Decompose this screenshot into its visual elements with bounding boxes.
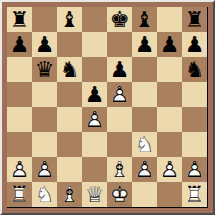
- black-pawn-piece[interactable]: ♟: [107, 57, 132, 82]
- black-piece-fill-glyph: ♟: [132, 32, 157, 57]
- square-h7[interactable]: ♟: [182, 32, 207, 57]
- square-a1[interactable]: ♜♖: [7, 182, 32, 207]
- square-b2[interactable]: ♟♙: [32, 157, 57, 182]
- square-h5[interactable]: [182, 82, 207, 107]
- white-rook-piece[interactable]: ♜♖: [182, 182, 207, 207]
- square-b4[interactable]: [32, 107, 57, 132]
- white-knight-piece[interactable]: ♞♘: [132, 132, 157, 157]
- square-c7[interactable]: [57, 32, 82, 57]
- black-pawn-piece[interactable]: ♟: [182, 32, 207, 57]
- square-f4[interactable]: [132, 107, 157, 132]
- black-piece-fill-glyph: ♟: [82, 82, 107, 107]
- white-rook-piece[interactable]: ♜♖: [7, 182, 32, 207]
- square-h2[interactable]: ♟♙: [182, 157, 207, 182]
- white-piece-outline-glyph: ♖: [182, 182, 207, 207]
- square-h1[interactable]: ♜♖: [182, 182, 207, 207]
- square-g4[interactable]: [157, 107, 182, 132]
- white-piece-outline-glyph: ♙: [7, 157, 32, 182]
- black-piece-fill-glyph: ♜: [182, 7, 207, 32]
- square-b5[interactable]: [32, 82, 57, 107]
- black-piece-fill-glyph: ♛: [32, 57, 57, 82]
- white-bishop-piece[interactable]: ♝♗: [57, 182, 82, 207]
- square-b8[interactable]: [32, 7, 57, 32]
- square-d4[interactable]: ♟♙: [82, 107, 107, 132]
- black-rook-piece[interactable]: ♜: [7, 7, 32, 32]
- white-piece-outline-glyph: ♕: [82, 182, 107, 207]
- square-g5[interactable]: [157, 82, 182, 107]
- square-c5[interactable]: [57, 82, 82, 107]
- white-piece-outline-glyph: ♙: [132, 157, 157, 182]
- square-b7[interactable]: ♟: [32, 32, 57, 57]
- black-piece-fill-glyph: ♟: [7, 32, 32, 57]
- black-piece-fill-glyph: ♞: [57, 57, 82, 82]
- white-piece-outline-glyph: ♙: [32, 157, 57, 182]
- square-f3[interactable]: ♞♘: [132, 132, 157, 157]
- black-king-piece[interactable]: ♚: [107, 7, 132, 32]
- board-frame: ♜♝♚♝♜♟♟♟♟♟♛♞♟♞♟♟♙♟♙♞♘♟♙♟♙♝♗♟♙♟♙♟♙♜♖♞♘♝♗♛…: [0, 0, 215, 215]
- square-e8[interactable]: ♚: [107, 7, 132, 32]
- square-e1[interactable]: ♚♔: [107, 182, 132, 207]
- black-pawn-piece[interactable]: ♟: [157, 32, 182, 57]
- white-piece-outline-glyph: ♙: [82, 107, 107, 132]
- square-h4[interactable]: [182, 107, 207, 132]
- white-piece-outline-glyph: ♙: [182, 157, 207, 182]
- square-g6[interactable]: [157, 57, 182, 82]
- black-piece-fill-glyph: ♞: [182, 57, 207, 82]
- square-a7[interactable]: ♟: [7, 32, 32, 57]
- black-pawn-piece[interactable]: ♟: [32, 32, 57, 57]
- square-c2[interactable]: [57, 157, 82, 182]
- square-d3[interactable]: [82, 132, 107, 157]
- white-piece-outline-glyph: ♔: [107, 182, 132, 207]
- square-f5[interactable]: [132, 82, 157, 107]
- white-pawn-piece[interactable]: ♟♙: [32, 157, 57, 182]
- square-e6[interactable]: ♟: [107, 57, 132, 82]
- square-c1[interactable]: ♝♗: [57, 182, 82, 207]
- black-piece-fill-glyph: ♟: [107, 57, 132, 82]
- square-e3[interactable]: [107, 132, 132, 157]
- black-pawn-piece[interactable]: ♟: [132, 32, 157, 57]
- square-h8[interactable]: ♜: [182, 7, 207, 32]
- white-piece-outline-glyph: ♗: [107, 157, 132, 182]
- square-f2[interactable]: ♟♙: [132, 157, 157, 182]
- black-piece-fill-glyph: ♚: [107, 7, 132, 32]
- square-d6[interactable]: [82, 57, 107, 82]
- black-piece-fill-glyph: ♝: [57, 7, 82, 32]
- square-c8[interactable]: ♝: [57, 7, 82, 32]
- square-b6[interactable]: ♛: [32, 57, 57, 82]
- square-a2[interactable]: ♟♙: [7, 157, 32, 182]
- square-g2[interactable]: ♟♙: [157, 157, 182, 182]
- square-a3[interactable]: [7, 132, 32, 157]
- chess-board: ♜♝♚♝♜♟♟♟♟♟♛♞♟♞♟♟♙♟♙♞♘♟♙♟♙♝♗♟♙♟♙♟♙♜♖♞♘♝♗♛…: [7, 7, 208, 208]
- white-bishop-piece[interactable]: ♝♗: [107, 157, 132, 182]
- square-g1[interactable]: [157, 182, 182, 207]
- square-d1[interactable]: ♛♕: [82, 182, 107, 207]
- black-bishop-piece[interactable]: ♝: [57, 7, 82, 32]
- black-piece-fill-glyph: ♟: [182, 32, 207, 57]
- black-knight-piece[interactable]: ♞: [57, 57, 82, 82]
- white-pawn-piece[interactable]: ♟♙: [107, 82, 132, 107]
- white-piece-outline-glyph: ♘: [132, 132, 157, 157]
- square-a5[interactable]: [7, 82, 32, 107]
- white-piece-outline-glyph: ♘: [32, 182, 57, 207]
- black-piece-fill-glyph: ♟: [32, 32, 57, 57]
- black-piece-fill-glyph: ♟: [157, 32, 182, 57]
- white-piece-outline-glyph: ♖: [7, 182, 32, 207]
- square-d5[interactable]: ♟: [82, 82, 107, 107]
- square-a4[interactable]: [7, 107, 32, 132]
- square-b3[interactable]: [32, 132, 57, 157]
- white-piece-outline-glyph: ♙: [107, 82, 132, 107]
- square-e2[interactable]: ♝♗: [107, 157, 132, 182]
- square-d7[interactable]: [82, 32, 107, 57]
- square-a6[interactable]: [7, 57, 32, 82]
- black-pawn-piece[interactable]: ♟: [82, 82, 107, 107]
- white-pawn-piece[interactable]: ♟♙: [82, 107, 107, 132]
- square-c3[interactable]: [57, 132, 82, 157]
- white-queen-piece[interactable]: ♛♕: [82, 182, 107, 207]
- square-e5[interactable]: ♟♙: [107, 82, 132, 107]
- white-piece-outline-glyph: ♙: [157, 157, 182, 182]
- square-h6[interactable]: ♞: [182, 57, 207, 82]
- square-a8[interactable]: ♜: [7, 7, 32, 32]
- square-g8[interactable]: [157, 7, 182, 32]
- black-queen-piece[interactable]: ♛: [32, 57, 57, 82]
- square-f7[interactable]: ♟: [132, 32, 157, 57]
- white-pawn-piece[interactable]: ♟♙: [157, 157, 182, 182]
- square-h3[interactable]: [182, 132, 207, 157]
- square-f8[interactable]: ♝: [132, 7, 157, 32]
- square-e4[interactable]: [107, 107, 132, 132]
- black-rook-piece[interactable]: ♜: [182, 7, 207, 32]
- square-f1[interactable]: [132, 182, 157, 207]
- square-c4[interactable]: [57, 107, 82, 132]
- white-piece-outline-glyph: ♗: [57, 182, 82, 207]
- white-king-piece[interactable]: ♚♔: [107, 182, 132, 207]
- square-b1[interactable]: ♞♘: [32, 182, 57, 207]
- black-knight-piece[interactable]: ♞: [182, 57, 207, 82]
- black-bishop-piece[interactable]: ♝: [132, 7, 157, 32]
- white-pawn-piece[interactable]: ♟♙: [7, 157, 32, 182]
- square-g3[interactable]: [157, 132, 182, 157]
- square-c6[interactable]: ♞: [57, 57, 82, 82]
- square-f6[interactable]: [132, 57, 157, 82]
- square-e7[interactable]: [107, 32, 132, 57]
- white-pawn-piece[interactable]: ♟♙: [132, 157, 157, 182]
- black-piece-fill-glyph: ♜: [7, 7, 32, 32]
- square-g7[interactable]: ♟: [157, 32, 182, 57]
- black-piece-fill-glyph: ♝: [132, 7, 157, 32]
- black-pawn-piece[interactable]: ♟: [7, 32, 32, 57]
- square-d2[interactable]: [82, 157, 107, 182]
- white-knight-piece[interactable]: ♞♘: [32, 182, 57, 207]
- square-d8[interactable]: [82, 7, 107, 32]
- white-pawn-piece[interactable]: ♟♙: [182, 157, 207, 182]
